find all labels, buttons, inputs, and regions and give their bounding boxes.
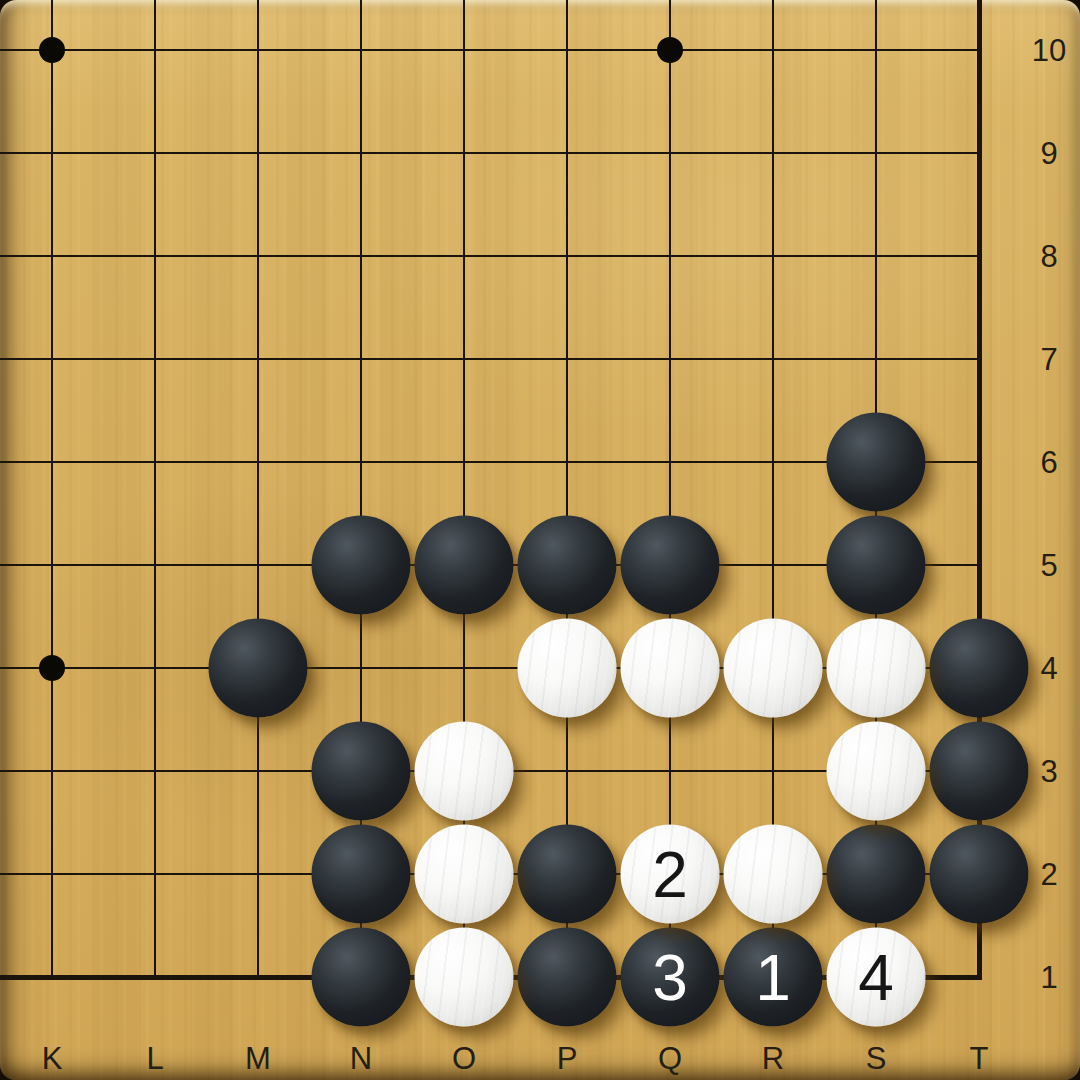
coordinate-row-8: 8 [1040, 241, 1057, 272]
coordinate-column-Q: Q [658, 1043, 682, 1074]
coordinate-column-L: L [146, 1043, 163, 1074]
go-board[interactable]: 3124 10987654321KLMNOPQRST [0, 0, 1080, 1080]
screenshot-canvas: 3124 10987654321KLMNOPQRST [0, 0, 1080, 1080]
coordinate-row-7: 7 [1040, 344, 1057, 375]
coordinate-row-10: 10 [1032, 35, 1066, 66]
coordinate-row-1: 1 [1040, 962, 1057, 993]
coordinate-column-M: M [245, 1043, 271, 1074]
coordinate-column-P: P [557, 1043, 578, 1074]
coordinate-row-9: 9 [1040, 138, 1057, 169]
coordinate-row-5: 5 [1040, 550, 1057, 581]
coordinate-row-4: 4 [1040, 653, 1057, 684]
coordinate-row-2: 2 [1040, 859, 1057, 890]
coordinate-row-3: 3 [1040, 756, 1057, 787]
coordinate-column-N: N [350, 1043, 372, 1074]
coordinates-layer: 10987654321KLMNOPQRST [0, 0, 1080, 1080]
coordinate-column-O: O [452, 1043, 476, 1074]
coordinate-column-R: R [762, 1043, 784, 1074]
coordinate-column-T: T [970, 1043, 989, 1074]
coordinate-column-K: K [42, 1043, 63, 1074]
coordinate-column-S: S [866, 1043, 887, 1074]
coordinate-row-6: 6 [1040, 447, 1057, 478]
